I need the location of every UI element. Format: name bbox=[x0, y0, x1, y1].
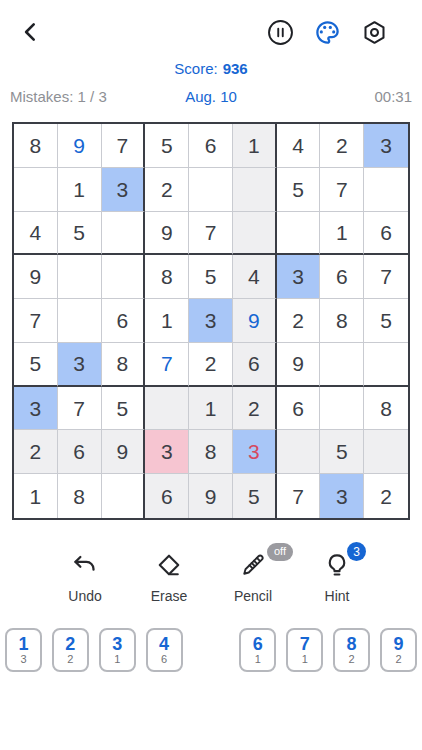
settings-icon bbox=[361, 19, 388, 46]
cell-r9c5[interactable]: 9 bbox=[189, 474, 233, 518]
cell-r9c3[interactable] bbox=[102, 474, 146, 518]
pencil-button[interactable]: off Pencil bbox=[218, 550, 288, 604]
cell-r2c1[interactable] bbox=[14, 168, 58, 212]
cell-r6c5[interactable]: 2 bbox=[189, 343, 233, 387]
timer: 00:31 bbox=[278, 88, 412, 105]
cell-r6c2[interactable]: 3 bbox=[58, 343, 102, 387]
cell-r2c9[interactable] bbox=[364, 168, 408, 212]
cell-r1c6[interactable]: 1 bbox=[233, 124, 277, 168]
numpad-digit: 6 bbox=[253, 635, 263, 654]
cell-r4c8[interactable]: 6 bbox=[320, 255, 364, 299]
cell-r5c9[interactable]: 5 bbox=[364, 299, 408, 343]
cell-r6c6[interactable]: 6 bbox=[233, 343, 277, 387]
numpad-button-7[interactable]: 71 bbox=[286, 628, 323, 672]
settings-button[interactable] bbox=[361, 19, 388, 46]
cell-r4c1[interactable]: 9 bbox=[14, 255, 58, 299]
cell-r5c7[interactable]: 2 bbox=[277, 299, 321, 343]
palette-icon bbox=[314, 19, 341, 46]
cell-r4c9[interactable]: 7 bbox=[364, 255, 408, 299]
cell-r7c6[interactable]: 2 bbox=[233, 387, 277, 431]
cell-r7c1[interactable]: 3 bbox=[14, 387, 58, 431]
pause-icon bbox=[267, 19, 294, 46]
cell-r3c6[interactable] bbox=[233, 212, 277, 256]
undo-label: Undo bbox=[68, 588, 101, 604]
sudoku-app: Score:936 Mistakes: 1 / 3 Aug. 10 00:31 … bbox=[0, 0, 422, 750]
cell-r3c9[interactable]: 6 bbox=[364, 212, 408, 256]
numpad-digit: 1 bbox=[18, 635, 28, 654]
cell-r6c3[interactable]: 8 bbox=[102, 343, 146, 387]
erase-label: Erase bbox=[151, 588, 188, 604]
info-row: Mistakes: 1 / 3 Aug. 10 00:31 bbox=[0, 88, 422, 105]
cell-r4c3[interactable] bbox=[102, 255, 146, 299]
cell-r2c6[interactable] bbox=[233, 168, 277, 212]
undo-icon bbox=[70, 550, 100, 583]
mistakes: Mistakes: 1 / 3 bbox=[10, 88, 144, 105]
cell-r7c7[interactable]: 6 bbox=[277, 387, 321, 431]
cell-r7c8[interactable] bbox=[320, 387, 364, 431]
numpad-remaining-count: 2 bbox=[395, 653, 401, 665]
cell-r9c2[interactable]: 8 bbox=[58, 474, 102, 518]
cell-r4c7[interactable]: 3 bbox=[277, 255, 321, 299]
numpad-digit: 7 bbox=[300, 635, 310, 654]
numpad: 1322314661718292 bbox=[0, 628, 422, 672]
top-nav bbox=[0, 0, 422, 48]
score-row: Score:936 bbox=[0, 60, 422, 77]
cell-r8c5[interactable]: 8 bbox=[189, 430, 233, 474]
cell-r1c3[interactable]: 7 bbox=[102, 124, 146, 168]
cell-r1c7[interactable]: 4 bbox=[277, 124, 321, 168]
cell-r8c1[interactable]: 2 bbox=[14, 430, 58, 474]
cell-r4c2[interactable] bbox=[58, 255, 102, 299]
pencil-off-badge: off bbox=[267, 543, 293, 561]
cell-r5c8[interactable]: 8 bbox=[320, 299, 364, 343]
cell-r2c5[interactable] bbox=[189, 168, 233, 212]
cell-r5c2[interactable] bbox=[58, 299, 102, 343]
cell-r2c3[interactable]: 3 bbox=[102, 168, 146, 212]
cell-r6c7[interactable]: 9 bbox=[277, 343, 321, 387]
cell-r2c2[interactable]: 1 bbox=[58, 168, 102, 212]
numpad-remaining-count: 6 bbox=[161, 653, 167, 665]
cell-r6c4[interactable]: 7 bbox=[145, 343, 189, 387]
pencil-label: Pencil bbox=[234, 588, 272, 604]
numpad-remaining-count: 1 bbox=[302, 653, 308, 665]
cell-r7c2[interactable]: 7 bbox=[58, 387, 102, 431]
numpad-digit: 9 bbox=[393, 635, 403, 654]
cell-r3c3[interactable] bbox=[102, 212, 146, 256]
numpad-remaining-count: 1 bbox=[114, 653, 120, 665]
cell-r8c3[interactable]: 9 bbox=[102, 430, 146, 474]
cell-r3c5[interactable]: 7 bbox=[189, 212, 233, 256]
cell-r5c4[interactable]: 1 bbox=[145, 299, 189, 343]
cell-r6c1[interactable]: 5 bbox=[14, 343, 58, 387]
numpad-remaining-count: 2 bbox=[67, 653, 73, 665]
cell-r1c2[interactable]: 9 bbox=[58, 124, 102, 168]
cell-r4c6[interactable]: 4 bbox=[233, 255, 277, 299]
numpad-button-4[interactable]: 46 bbox=[146, 628, 183, 672]
cell-r5c6[interactable]: 9 bbox=[233, 299, 277, 343]
date: Aug. 10 bbox=[144, 88, 278, 105]
cell-r9c9[interactable]: 2 bbox=[364, 474, 408, 518]
numpad-remaining-count: 3 bbox=[20, 653, 26, 665]
cell-r9c8[interactable]: 3 bbox=[320, 474, 364, 518]
cell-r9c7[interactable]: 7 bbox=[277, 474, 321, 518]
cell-r4c4[interactable]: 8 bbox=[145, 255, 189, 299]
cell-r3c7[interactable] bbox=[277, 212, 321, 256]
cell-r3c8[interactable]: 1 bbox=[320, 212, 364, 256]
hint-count-badge: 3 bbox=[347, 542, 366, 561]
cell-r3c4[interactable]: 9 bbox=[145, 212, 189, 256]
numpad-remaining-count: 2 bbox=[349, 653, 355, 665]
cell-r2c8[interactable]: 7 bbox=[320, 168, 364, 212]
numpad-digit: 2 bbox=[65, 635, 75, 654]
cell-r5c3[interactable]: 6 bbox=[102, 299, 146, 343]
cell-r4c5[interactable]: 5 bbox=[189, 255, 233, 299]
score-label: Score: bbox=[174, 60, 217, 77]
cell-r8c4[interactable]: 3 bbox=[145, 430, 189, 474]
cell-r7c5[interactable]: 1 bbox=[189, 387, 233, 431]
cell-r6c8[interactable] bbox=[320, 343, 364, 387]
cell-r8c9[interactable] bbox=[364, 430, 408, 474]
cell-r7c9[interactable]: 8 bbox=[364, 387, 408, 431]
cell-r9c4[interactable]: 6 bbox=[145, 474, 189, 518]
numpad-digit: 8 bbox=[347, 635, 357, 654]
numpad-button-1[interactable]: 13 bbox=[5, 628, 42, 672]
mistakes-value: 1 / 3 bbox=[78, 88, 107, 105]
cell-r9c1[interactable]: 1 bbox=[14, 474, 58, 518]
cell-r5c5[interactable]: 3 bbox=[189, 299, 233, 343]
eraser-icon bbox=[154, 550, 184, 583]
numpad-digit: 3 bbox=[112, 635, 122, 654]
back-button[interactable] bbox=[18, 19, 44, 45]
cell-r1c5[interactable]: 6 bbox=[189, 124, 233, 168]
cell-r7c3[interactable]: 5 bbox=[102, 387, 146, 431]
undo-button[interactable]: Undo bbox=[50, 550, 120, 604]
cell-r8c7[interactable] bbox=[277, 430, 321, 474]
cell-r8c8[interactable]: 5 bbox=[320, 430, 364, 474]
pause-button[interactable] bbox=[267, 19, 294, 46]
cell-r7c4[interactable] bbox=[145, 387, 189, 431]
cell-r3c2[interactable]: 5 bbox=[58, 212, 102, 256]
numpad-button-2[interactable]: 22 bbox=[52, 628, 89, 672]
cell-r2c4[interactable]: 2 bbox=[145, 168, 189, 212]
cell-r1c1[interactable]: 8 bbox=[14, 124, 58, 168]
cell-r9c6[interactable]: 5 bbox=[233, 474, 277, 518]
toolbar: Undo Erase off Pencil bbox=[0, 550, 422, 604]
numpad-button-6[interactable]: 61 bbox=[239, 628, 276, 672]
hint-label: Hint bbox=[325, 588, 350, 604]
cell-r1c8[interactable]: 2 bbox=[320, 124, 364, 168]
cell-r6c9[interactable] bbox=[364, 343, 408, 387]
back-icon bbox=[18, 19, 44, 45]
numpad-remaining-count: 1 bbox=[255, 653, 261, 665]
numpad-digit: 4 bbox=[159, 635, 169, 654]
cell-r1c4[interactable]: 5 bbox=[145, 124, 189, 168]
score-value: 936 bbox=[223, 60, 248, 77]
cell-r1c9[interactable]: 3 bbox=[364, 124, 408, 168]
hint-button[interactable]: 3 Hint bbox=[302, 550, 372, 604]
theme-palette-button[interactable] bbox=[314, 19, 341, 46]
sudoku-board: 8975614231325745971698543677613928553872… bbox=[12, 122, 410, 520]
numpad-button-8[interactable]: 82 bbox=[333, 628, 370, 672]
cell-r8c2[interactable]: 6 bbox=[58, 430, 102, 474]
numpad-button-9[interactable]: 92 bbox=[380, 628, 417, 672]
cell-r8c6[interactable]: 3 bbox=[233, 430, 277, 474]
cell-r3c1[interactable]: 4 bbox=[14, 212, 58, 256]
erase-button[interactable]: Erase bbox=[134, 550, 204, 604]
pencil-icon bbox=[238, 550, 268, 583]
numpad-button-3[interactable]: 31 bbox=[99, 628, 136, 672]
cell-r5c1[interactable]: 7 bbox=[14, 299, 58, 343]
cell-r2c7[interactable]: 5 bbox=[277, 168, 321, 212]
